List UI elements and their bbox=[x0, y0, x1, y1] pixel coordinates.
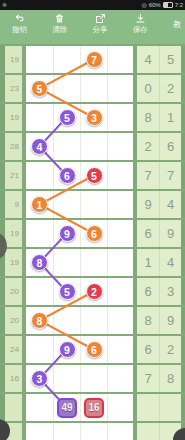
number-cell[interactable] bbox=[53, 75, 80, 102]
number-cell[interactable] bbox=[80, 365, 107, 392]
purple-circle-mark[interactable]: 9 bbox=[59, 225, 76, 242]
orange-circle-mark[interactable]: 6 bbox=[86, 341, 103, 358]
right-edge-strip bbox=[181, 307, 185, 334]
row-sum-label: 9 bbox=[5, 191, 22, 218]
cell-digit: 4 bbox=[144, 52, 151, 67]
purple-circle-mark[interactable]: 3 bbox=[31, 370, 48, 387]
undo-icon bbox=[14, 13, 25, 24]
number-cell[interactable]: 2 bbox=[80, 278, 107, 305]
undo-button[interactable]: 撤销 bbox=[12, 13, 27, 35]
stat-cell: 1 bbox=[137, 249, 159, 276]
right-edge-strip bbox=[181, 365, 185, 392]
tutorial-partial-label[interactable]: 教 bbox=[173, 13, 181, 30]
cell-digit: 5 bbox=[167, 52, 174, 67]
number-cell[interactable]: 5 bbox=[26, 75, 53, 102]
orange-circle-mark[interactable]: 8 bbox=[31, 312, 48, 329]
number-cell[interactable] bbox=[80, 249, 107, 276]
number-cell[interactable]: 3 bbox=[80, 104, 107, 131]
number-cell[interactable] bbox=[80, 423, 107, 440]
undo-label: 撤销 bbox=[12, 25, 27, 35]
number-cell[interactable]: 6 bbox=[80, 220, 107, 247]
right-edge-strip bbox=[181, 133, 185, 160]
stat-cell: 3 bbox=[159, 278, 181, 305]
purple-circle-mark[interactable]: 5 bbox=[59, 109, 76, 126]
number-cell[interactable] bbox=[26, 278, 53, 305]
number-cell[interactable] bbox=[53, 249, 80, 276]
number-cell[interactable]: 4 bbox=[26, 133, 53, 160]
orange-circle-mark[interactable]: 5 bbox=[31, 80, 48, 97]
stat-cell: 4 bbox=[159, 191, 181, 218]
number-cell[interactable] bbox=[53, 365, 80, 392]
share-label: 分享 bbox=[93, 25, 108, 35]
stat-cell: 7 bbox=[137, 162, 159, 189]
stat-cell: 8 bbox=[159, 365, 181, 392]
save-label: 保存 bbox=[133, 25, 148, 35]
purple-circle-mark[interactable]: 6 bbox=[59, 167, 76, 184]
orange-circle-mark[interactable]: 1 bbox=[31, 196, 48, 213]
grid-row: 205263 bbox=[0, 276, 185, 305]
stat-cell: 0 bbox=[137, 75, 159, 102]
right-edge-strip bbox=[181, 220, 185, 247]
grid-row: 16378 bbox=[0, 363, 185, 392]
orange-circle-mark[interactable]: 7 bbox=[86, 51, 103, 68]
stat-cell: 6 bbox=[137, 278, 159, 305]
number-cell[interactable] bbox=[26, 46, 53, 73]
cell-digit: 9 bbox=[167, 313, 174, 328]
stat-cell: 7 bbox=[159, 162, 181, 189]
number-cell[interactable]: 3 bbox=[26, 365, 53, 392]
stat-cell: 2 bbox=[137, 133, 159, 160]
cell-digit: 9 bbox=[167, 226, 174, 241]
grid-row: 19745 bbox=[0, 44, 185, 73]
toolbar: 撤销 清除 分享 保存 教 bbox=[0, 10, 185, 44]
cell-digit: 8 bbox=[167, 371, 174, 386]
right-edge-strip bbox=[181, 191, 185, 218]
clear-label: 清除 bbox=[52, 25, 67, 35]
number-cell[interactable]: 7 bbox=[80, 46, 107, 73]
stat-cell: 6 bbox=[159, 133, 181, 160]
number-cell[interactable] bbox=[107, 220, 133, 247]
number-cell[interactable]: 8 bbox=[26, 249, 53, 276]
share-button[interactable]: 分享 bbox=[93, 13, 108, 35]
status-left-icon: ✻ bbox=[2, 0, 7, 10]
cell-digit: 7 bbox=[144, 371, 151, 386]
right-edge-strip bbox=[181, 46, 185, 73]
number-cell[interactable] bbox=[80, 307, 107, 334]
stat-cell: 6 bbox=[137, 220, 159, 247]
right-edge-strip bbox=[181, 278, 185, 305]
row-sum-label: 20 bbox=[5, 278, 22, 305]
number-cell[interactable] bbox=[107, 75, 133, 102]
number-cell[interactable] bbox=[26, 220, 53, 247]
share-icon bbox=[95, 13, 106, 24]
number-cell[interactable] bbox=[107, 104, 133, 131]
number-cell[interactable]: 49 bbox=[53, 394, 80, 421]
number-cell[interactable]: 1 bbox=[26, 191, 53, 218]
stat-cell bbox=[137, 423, 159, 440]
right-edge-strip bbox=[181, 162, 185, 189]
number-cell[interactable] bbox=[107, 278, 133, 305]
row-sum-label: 16 bbox=[5, 365, 22, 392]
number-cell[interactable] bbox=[107, 336, 133, 363]
number-cell[interactable] bbox=[26, 423, 53, 440]
stat-cell: 4 bbox=[159, 249, 181, 276]
grid-row bbox=[0, 421, 185, 440]
app-screen: ✻ ◎ 60% 7:2 撤销 清除 分享 保存 教 19745235021953… bbox=[0, 0, 185, 440]
right-edge-strip bbox=[181, 249, 185, 276]
number-cell[interactable] bbox=[107, 249, 133, 276]
right-edge-strip bbox=[181, 336, 185, 363]
cell-digit: 2 bbox=[144, 139, 151, 154]
red-count-badge[interactable]: 16 bbox=[84, 398, 104, 418]
cell-digit: 6 bbox=[144, 226, 151, 241]
grid-row: 28426 bbox=[0, 131, 185, 160]
save-button[interactable]: 保存 bbox=[133, 13, 148, 35]
cell-digit: 4 bbox=[167, 255, 174, 270]
cell-digit: 2 bbox=[167, 81, 174, 96]
stat-cell: 2 bbox=[159, 75, 181, 102]
stat-cell: 9 bbox=[159, 307, 181, 334]
row-sum-label: 21 bbox=[5, 162, 22, 189]
trend-grid: 1974523502195381284262165779194199669198… bbox=[0, 44, 185, 440]
status-bar: ✻ ◎ 60% 7:2 bbox=[0, 0, 185, 10]
red-circle-mark[interactable]: 2 bbox=[86, 283, 103, 300]
orange-circle-mark[interactable]: 3 bbox=[86, 109, 103, 126]
stat-cell bbox=[159, 394, 181, 421]
row-sum-label: 19 bbox=[5, 249, 22, 276]
number-cell[interactable] bbox=[26, 394, 53, 421]
red-circle-mark[interactable]: 5 bbox=[86, 167, 103, 184]
number-cell[interactable]: 8 bbox=[26, 307, 53, 334]
number-cell[interactable] bbox=[80, 133, 107, 160]
cell-digit: 9 bbox=[144, 197, 151, 212]
grid-row: 4916 bbox=[0, 392, 185, 421]
stat-cell: 1 bbox=[159, 104, 181, 131]
right-edge-strip bbox=[181, 394, 185, 421]
grid-row: 23502 bbox=[0, 73, 185, 102]
battery-icon bbox=[163, 2, 173, 8]
number-cell[interactable]: 6 bbox=[80, 336, 107, 363]
grid-row: 9194 bbox=[0, 189, 185, 218]
cell-digit: 6 bbox=[144, 342, 151, 357]
purple-circle-mark[interactable]: 9 bbox=[59, 341, 76, 358]
number-cell[interactable] bbox=[53, 191, 80, 218]
right-edge-strip bbox=[181, 75, 185, 102]
orange-circle-mark[interactable]: 6 bbox=[86, 225, 103, 242]
grid-row: 249662 bbox=[0, 334, 185, 363]
cell-digit: 1 bbox=[167, 110, 174, 125]
number-cell[interactable]: 5 bbox=[80, 162, 107, 189]
row-sum-label: 19 bbox=[5, 46, 22, 73]
number-cell[interactable] bbox=[107, 191, 133, 218]
number-cell[interactable] bbox=[53, 307, 80, 334]
stat-cell: 9 bbox=[159, 220, 181, 247]
stat-cell: 9 bbox=[137, 191, 159, 218]
cell-digit: 7 bbox=[167, 168, 174, 183]
clear-button[interactable]: 清除 bbox=[52, 13, 67, 35]
number-cell[interactable] bbox=[53, 133, 80, 160]
number-cell[interactable]: 5 bbox=[53, 278, 80, 305]
grid-row: 195381 bbox=[0, 102, 185, 131]
stat-cell: 8 bbox=[137, 104, 159, 131]
battery-percent-text: 60% bbox=[149, 0, 161, 10]
purple-circle-mark[interactable]: 8 bbox=[31, 254, 48, 271]
cell-digit: 2 bbox=[167, 342, 174, 357]
number-cell[interactable] bbox=[107, 162, 133, 189]
number-cell[interactable] bbox=[80, 191, 107, 218]
row-sum-label: 24 bbox=[5, 336, 22, 363]
grid-row: 19814 bbox=[0, 247, 185, 276]
grid-row: 199669 bbox=[0, 218, 185, 247]
row-sum-label: 19 bbox=[5, 104, 22, 131]
cell-digit: 8 bbox=[144, 110, 151, 125]
cell-digit: 1 bbox=[144, 255, 151, 270]
number-cell[interactable]: 9 bbox=[53, 336, 80, 363]
clock-text: 7:2 bbox=[175, 0, 183, 10]
grid-row: 20889 bbox=[0, 305, 185, 334]
number-cell[interactable]: 5 bbox=[53, 104, 80, 131]
number-cell[interactable]: 9 bbox=[53, 220, 80, 247]
row-sum-label bbox=[5, 394, 22, 421]
number-cell[interactable] bbox=[107, 46, 133, 73]
number-cell[interactable] bbox=[107, 394, 133, 421]
number-cell[interactable] bbox=[107, 423, 133, 440]
row-sum-label: 23 bbox=[5, 75, 22, 102]
number-cell[interactable] bbox=[107, 365, 133, 392]
cell-digit: 6 bbox=[167, 139, 174, 154]
cell-digit: 0 bbox=[144, 81, 151, 96]
row-sum-label: 19 bbox=[5, 220, 22, 247]
number-cell[interactable] bbox=[53, 423, 80, 440]
cell-digit: 7 bbox=[144, 168, 151, 183]
number-cell[interactable]: 6 bbox=[53, 162, 80, 189]
cell-digit: 3 bbox=[167, 284, 174, 299]
stat-cell: 8 bbox=[137, 307, 159, 334]
number-cell[interactable] bbox=[80, 75, 107, 102]
number-cell[interactable] bbox=[26, 162, 53, 189]
right-edge-strip bbox=[181, 104, 185, 131]
number-cell[interactable] bbox=[53, 46, 80, 73]
stat-cell: 7 bbox=[137, 365, 159, 392]
row-sum-label: 28 bbox=[5, 133, 22, 160]
stat-cell: 4 bbox=[137, 46, 159, 73]
number-cell[interactable] bbox=[107, 307, 133, 334]
stat-cell bbox=[137, 394, 159, 421]
purple-circle-mark[interactable]: 4 bbox=[31, 138, 48, 155]
cell-digit: 4 bbox=[167, 197, 174, 212]
cell-digit: 6 bbox=[144, 284, 151, 299]
trash-icon bbox=[54, 13, 65, 24]
stat-cell: 5 bbox=[159, 46, 181, 73]
stat-cell: 2 bbox=[159, 336, 181, 363]
number-cell[interactable] bbox=[26, 336, 53, 363]
number-cell[interactable]: 16 bbox=[80, 394, 107, 421]
status-right-cluster: ◎ 60% 7:2 bbox=[141, 0, 183, 10]
purple-circle-mark[interactable]: 5 bbox=[59, 283, 76, 300]
download-icon bbox=[135, 13, 146, 24]
grid-row: 216577 bbox=[0, 160, 185, 189]
number-cell[interactable] bbox=[26, 104, 53, 131]
purple-count-badge[interactable]: 49 bbox=[57, 398, 77, 418]
row-sum-label: 20 bbox=[5, 307, 22, 334]
stat-cell: 6 bbox=[137, 336, 159, 363]
cell-digit: 8 bbox=[144, 313, 151, 328]
number-cell[interactable] bbox=[107, 133, 133, 160]
data-saver-icon: ◎ bbox=[141, 0, 146, 10]
